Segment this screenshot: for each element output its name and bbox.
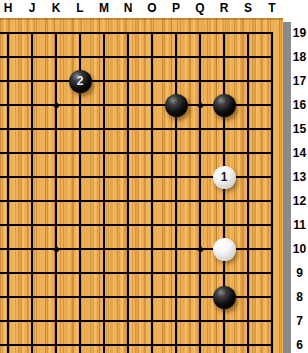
column-label-K: K [47, 0, 65, 16]
row-label-15: 15 [291, 121, 308, 137]
grid-line-horizontal-14 [0, 152, 273, 154]
grid-line-horizontal-7 [0, 320, 273, 322]
stone-white-R10[interactable] [213, 238, 236, 261]
column-label-J: J [23, 0, 41, 16]
stone-black-R8[interactable] [213, 286, 236, 309]
row-label-7: 7 [291, 313, 308, 329]
column-label-S: S [239, 0, 257, 16]
row-label-6: 6 [291, 337, 308, 353]
row-label-16: 16 [291, 97, 308, 113]
column-label-L: L [71, 0, 89, 16]
row-label-13: 13 [291, 169, 308, 185]
move-number: 1 [221, 170, 228, 184]
row-label-9: 9 [291, 265, 308, 281]
row-label-10: 10 [291, 241, 308, 257]
stone-black-L17[interactable]: 2 [69, 70, 92, 93]
board-shadow [283, 22, 291, 353]
grid-line-horizontal-19 [0, 32, 273, 34]
row-label-12: 12 [291, 193, 308, 209]
column-label-H: H [0, 0, 17, 16]
column-label-Q: Q [191, 0, 209, 16]
column-label-T: T [263, 0, 281, 16]
column-label-O: O [143, 0, 161, 16]
row-label-14: 14 [291, 145, 308, 161]
row-label-18: 18 [291, 49, 308, 65]
row-labels: 191817161514131211109876 [291, 0, 308, 353]
stone-black-R16[interactable] [213, 94, 236, 117]
row-label-8: 8 [291, 289, 308, 305]
grid-line-horizontal-11 [0, 224, 273, 226]
stone-black-P16[interactable] [165, 94, 188, 117]
column-label-M: M [95, 0, 113, 16]
go-board-viewport: HJKLMNOPQRST 21 191817161514131211109876 [0, 0, 308, 353]
row-label-17: 17 [291, 73, 308, 89]
row-label-11: 11 [291, 217, 308, 233]
move-number: 2 [77, 74, 84, 88]
grid-line-horizontal-17 [0, 80, 273, 82]
star-point-K10 [52, 245, 59, 252]
star-point-Q16 [196, 101, 203, 108]
stone-white-R13[interactable]: 1 [213, 166, 236, 189]
column-labels: HJKLMNOPQRST [0, 0, 308, 17]
grid-line-horizontal-15 [0, 128, 273, 130]
star-point-K16 [52, 101, 59, 108]
grid-line-horizontal-6 [0, 344, 273, 346]
column-label-P: P [167, 0, 185, 16]
column-label-N: N [119, 0, 137, 16]
column-label-R: R [215, 0, 233, 16]
grid-line-horizontal-9 [0, 272, 273, 274]
row-label-19: 19 [291, 25, 308, 41]
grid-line-horizontal-18 [0, 56, 273, 58]
go-board[interactable]: 21 [0, 18, 283, 353]
grid-line-horizontal-12 [0, 200, 273, 202]
star-point-Q10 [196, 245, 203, 252]
